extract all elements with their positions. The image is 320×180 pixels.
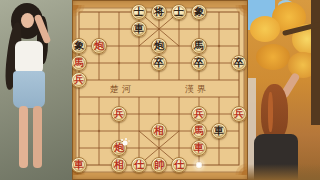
board-intersection [169,72,189,89]
board-intersection [109,4,129,21]
board-intersection: 卒 [229,55,248,72]
board-intersection [89,157,109,174]
board-intersection: 車 [189,140,209,157]
board-intersection: 象 [72,38,89,55]
board-intersection [209,72,229,89]
piece-red[interactable]: 帥 [151,157,168,174]
board-intersection [72,4,89,21]
board-intersection [229,38,248,55]
piece-black[interactable]: 象 [191,4,208,21]
left-photo [0,0,72,180]
board-intersection: 帥 [149,157,169,174]
board-intersection [89,123,109,140]
board-intersection [189,89,209,106]
board-intersection [89,55,109,72]
piece-red[interactable]: 兵 [231,106,248,123]
piece-red[interactable]: 馬 [72,55,87,72]
board-intersection: 相 [149,123,169,140]
board-intersection [129,72,149,89]
board-intersection [169,38,189,55]
piece-red[interactable]: 仕 [131,157,148,174]
board-intersection [209,4,229,21]
right-photo-woman-hair-highlight [268,92,273,132]
board-intersection: 仕 [129,157,149,174]
board-intersection: 士 [169,4,189,21]
screenshot-root: 楚河 漢界 士将士象車象炮炮馬馬卒卒卒兵兵兵兵相馬車炮車車相仕帥仕 [0,0,320,180]
board-intersection [209,106,229,123]
piece-black[interactable]: 士 [131,4,148,21]
board-intersection [209,140,229,157]
board-intersection [72,106,89,123]
board-intersection [149,72,169,89]
board-intersection [129,55,149,72]
left-photo-woman-white-top [15,41,43,74]
board-intersection [169,140,189,157]
board-intersection [109,38,129,55]
board-intersection [209,21,229,38]
xiangqi-board[interactable]: 楚河 漢界 士将士象車象炮炮馬馬卒卒卒兵兵兵兵相馬車炮車車相仕帥仕 [72,0,248,180]
board-intersection [229,157,248,174]
board-intersection [229,21,248,38]
right-photo [248,0,320,180]
board-intersection [189,72,209,89]
board-intersection: 炮 [149,38,169,55]
board-intersection: 卒 [149,55,169,72]
right-photo-woman-auburn-hair [261,84,288,140]
board-intersection [109,123,129,140]
board-intersection [229,72,248,89]
board-intersection: 馬 [189,123,209,140]
piece-black[interactable]: 卒 [191,55,208,72]
right-photo-ground [248,164,320,180]
board-intersection [169,123,189,140]
piece-red[interactable]: 兵 [72,72,87,89]
board-intersection: 車 [209,123,229,140]
board-intersection [89,72,109,89]
left-photo-woman-denim-skirt [13,71,45,108]
board-intersection [149,140,169,157]
board-intersection [72,123,89,140]
board-intersection [129,89,149,106]
board-intersection [209,89,229,106]
piece-red[interactable]: 車 [72,157,87,174]
piece-black[interactable]: 車 [211,123,228,140]
board-intersection [149,89,169,106]
board-intersection: 車 [72,157,89,174]
board-intersection [89,4,109,21]
left-photo-woman-face [21,13,34,28]
board-intersection [89,21,109,38]
board-intersection: 兵 [72,72,89,89]
piece-red[interactable]: 相 [111,157,128,174]
board-intersection [209,55,229,72]
board-intersection [169,106,189,123]
board-intersection [72,89,89,106]
board-intersection: 炮 [89,38,109,55]
right-photo-autumn-leaves [250,16,280,42]
piece-red[interactable]: 相 [151,123,168,140]
piece-black[interactable]: 士 [171,4,188,21]
board-intersection [149,106,169,123]
board-intersection [72,140,89,157]
board-intersection [149,21,169,38]
board-intersection: 兵 [109,106,129,123]
piece-black[interactable]: 車 [131,21,148,38]
board-intersection [109,55,129,72]
board-intersection [129,106,149,123]
paw-cursor-icon [123,141,128,146]
board-intersection: 馬 [72,55,89,72]
left-photo-woman-leg [33,106,42,168]
piece-black[interactable]: 卒 [231,55,248,72]
piece-red[interactable]: 兵 [191,106,208,123]
piece-black[interactable]: 将 [151,4,168,21]
board-intersection [169,89,189,106]
board-intersection: 相 [109,157,129,174]
board-intersection [209,157,229,174]
sparkle-icon [195,161,203,169]
board-intersection [229,4,248,21]
board-intersection: 象 [189,4,209,21]
piece-black[interactable]: 馬 [191,38,208,55]
piece-red[interactable]: 仕 [171,157,188,174]
piece-red[interactable]: 車 [191,140,208,157]
board-intersection [129,140,149,157]
board-intersections: 士将士象車象炮炮馬馬卒卒卒兵兵兵兵相馬車炮車車相仕帥仕 [72,4,248,174]
board-intersection [89,89,109,106]
board-intersection: 将 [149,4,169,21]
board-intersection: 馬 [189,38,209,55]
right-photo-tree-trunk [311,0,320,125]
board-intersection [209,38,229,55]
board-intersection [129,38,149,55]
board-intersection [89,106,109,123]
board-intersection [129,123,149,140]
piece-red[interactable]: 兵 [111,106,128,123]
board-intersection [229,140,248,157]
board-intersection: 兵 [229,106,248,123]
board-intersection [109,89,129,106]
board-intersection: 卒 [189,55,209,72]
board-intersection [89,140,109,157]
left-photo-woman-leg [19,106,28,168]
board-intersection: 士 [129,4,149,21]
board-intersection [169,55,189,72]
piece-black[interactable]: 炮 [151,38,168,55]
piece-black[interactable]: 象 [72,38,87,55]
board-intersection: 兵 [189,106,209,123]
board-intersection [189,21,209,38]
board-intersection [169,21,189,38]
piece-red[interactable]: 炮 [91,38,108,55]
piece-red[interactable]: 馬 [191,123,208,140]
board-intersection: 仕 [169,157,189,174]
board-intersection [229,89,248,106]
board-intersection [229,123,248,140]
board-intersection: 車 [129,21,149,38]
right-photo-autumn-leaves [256,44,290,70]
board-intersection [72,21,89,38]
board-intersection [109,72,129,89]
piece-black[interactable]: 卒 [151,55,168,72]
board-intersection [109,21,129,38]
